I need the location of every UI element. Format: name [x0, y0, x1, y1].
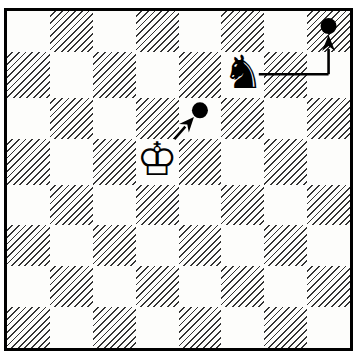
square-h6: [307, 98, 350, 139]
square-f5: [221, 139, 264, 185]
square-d2: [136, 266, 179, 307]
square-b5: [50, 139, 93, 185]
square-g3: [264, 225, 307, 266]
square-h2: [307, 266, 350, 307]
square-f3: [221, 225, 264, 266]
square-a1: [7, 307, 50, 348]
square-c6: [93, 98, 136, 139]
square-g1: [264, 307, 307, 348]
square-c7: [93, 52, 136, 98]
square-h4: [307, 185, 350, 226]
square-c3: [93, 225, 136, 266]
square-g2: [264, 266, 307, 307]
square-d1: [136, 307, 179, 348]
chess-diagram: ♞♔: [0, 0, 357, 355]
square-g5: [264, 139, 307, 185]
square-h8: [307, 11, 350, 52]
square-c1: [93, 307, 136, 348]
square-f2: [221, 266, 264, 307]
square-a4: [7, 185, 50, 226]
square-a5: [7, 139, 50, 185]
square-g4: [264, 185, 307, 226]
square-d8: [136, 11, 179, 52]
square-e7: [179, 52, 222, 98]
square-b1: [50, 307, 93, 348]
square-h1: [307, 307, 350, 348]
square-d7: [136, 52, 179, 98]
square-h3: [307, 225, 350, 266]
square-e5: [179, 139, 222, 185]
square-b8: [50, 11, 93, 52]
square-a7: [7, 52, 50, 98]
square-c4: [93, 185, 136, 226]
square-a8: [7, 11, 50, 52]
square-h7: [307, 52, 350, 98]
square-e4: [179, 185, 222, 226]
square-f6: [221, 98, 264, 139]
square-d3: [136, 225, 179, 266]
square-e3: [179, 225, 222, 266]
square-a3: [7, 225, 50, 266]
square-c5: [93, 139, 136, 185]
square-h5: [307, 139, 350, 185]
square-e2: [179, 266, 222, 307]
square-e1: [179, 307, 222, 348]
square-f4: [221, 185, 264, 226]
square-b4: [50, 185, 93, 226]
piece-white-king: ♔: [136, 136, 177, 182]
square-g8: [264, 11, 307, 52]
square-a2: [7, 266, 50, 307]
square-g7: [264, 52, 307, 98]
square-e8: [179, 11, 222, 52]
square-b3: [50, 225, 93, 266]
square-e6: [179, 98, 222, 139]
square-b2: [50, 266, 93, 307]
square-d5: ♔: [136, 139, 179, 185]
square-c8: [93, 11, 136, 52]
piece-black-knight: ♞: [222, 49, 263, 95]
square-b7: [50, 52, 93, 98]
square-g6: [264, 98, 307, 139]
square-c2: [93, 266, 136, 307]
square-f1: [221, 307, 264, 348]
square-b6: [50, 98, 93, 139]
chessboard: ♞♔: [4, 8, 353, 351]
square-a6: [7, 98, 50, 139]
square-d4: [136, 185, 179, 226]
square-f7: ♞: [221, 52, 264, 98]
